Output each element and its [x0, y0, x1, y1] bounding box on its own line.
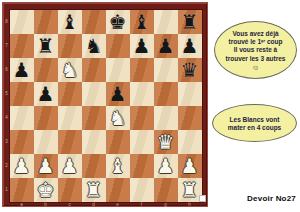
rank-labels: 87654321: [4, 10, 10, 202]
square-a7[interactable]: [10, 34, 34, 58]
square-f6[interactable]: [130, 58, 154, 82]
square-a3[interactable]: [10, 130, 34, 154]
hint-line-4: trouver les 3 autres: [215, 55, 296, 63]
piece-white-rook-d1: ♜: [85, 180, 103, 200]
task-bubble: Les Blancs vont mater en 4 coups: [212, 104, 297, 142]
piece-black-knight-d7: ♞: [85, 36, 103, 56]
square-h2[interactable]: ♟: [178, 154, 202, 178]
square-b8[interactable]: [34, 10, 58, 34]
smiley-icon: ☺: [215, 64, 296, 72]
square-c1[interactable]: [58, 178, 82, 202]
square-c8[interactable]: ♝: [58, 10, 82, 34]
square-c4[interactable]: [58, 106, 82, 130]
square-d4[interactable]: [82, 106, 106, 130]
rank-label-7: 7: [4, 34, 10, 58]
piece-black-pawn-f7: ♟: [133, 36, 151, 56]
rank-label-4: 4: [4, 106, 10, 130]
square-d7[interactable]: ♞: [82, 34, 106, 58]
piece-black-bishop-c8: ♝: [61, 12, 79, 32]
square-b5[interactable]: ♟: [34, 82, 58, 106]
square-g2[interactable]: ♟: [154, 154, 178, 178]
file-labels: abcdefgh: [10, 202, 202, 207]
piece-black-pawn-g7: ♟: [157, 36, 175, 56]
square-f2[interactable]: [130, 154, 154, 178]
rank-label-3: 3: [4, 130, 10, 154]
file-label-g: g: [154, 202, 178, 207]
square-g8[interactable]: [154, 10, 178, 34]
piece-black-pawn-a6: ♟: [13, 60, 31, 80]
piece-black-bishop-f8: ♝: [133, 12, 151, 32]
assignment-caption: Devoir No27: [247, 194, 296, 203]
piece-black-pawn-e5: ♟: [109, 84, 127, 104]
task-line-1: Les Blancs vont: [213, 116, 296, 124]
square-h5[interactable]: [178, 82, 202, 106]
square-g5[interactable]: [154, 82, 178, 106]
square-h7[interactable]: ♟: [178, 34, 202, 58]
file-label-a: a: [10, 202, 34, 207]
square-b4[interactable]: [34, 106, 58, 130]
square-a1[interactable]: [10, 178, 34, 202]
square-h8[interactable]: ♜: [178, 10, 202, 34]
square-b2[interactable]: ♟: [34, 154, 58, 178]
square-c5[interactable]: [58, 82, 82, 106]
file-label-e: e: [106, 202, 130, 207]
square-h3[interactable]: [178, 130, 202, 154]
square-c2[interactable]: ♟: [58, 154, 82, 178]
task-line-2: mater en 4 coups: [213, 124, 296, 132]
square-d5[interactable]: [82, 82, 106, 106]
piece-white-pawn-c2: ♟: [61, 156, 79, 176]
piece-white-pawn-h2: ♟: [181, 156, 199, 176]
square-e3[interactable]: [106, 130, 130, 154]
piece-white-knight-c6: ♞: [61, 60, 79, 80]
piece-white-rook-h1: ♜: [181, 180, 199, 200]
square-d2[interactable]: [82, 154, 106, 178]
square-g7[interactable]: ♟: [154, 34, 178, 58]
piece-white-pawn-g2: ♟: [157, 156, 175, 176]
square-a8[interactable]: [10, 10, 34, 34]
chess-board: ♝♚♝♜♜♞♟♟♟♟♞♛♟♟♞♛♟♟♟♝♟♟♚♜♜ 87654321 abcde…: [2, 2, 208, 207]
file-label-d: d: [82, 202, 106, 207]
piece-white-bishop-e2: ♝: [109, 156, 127, 176]
square-c6[interactable]: ♞: [58, 58, 82, 82]
square-a4[interactable]: [10, 106, 34, 130]
square-e5[interactable]: ♟: [106, 82, 130, 106]
piece-white-pawn-a2: ♟: [13, 156, 31, 176]
square-e6[interactable]: [106, 58, 130, 82]
hint-bubble: Vous avez déjà trouvé le 1ᵉʳ coup Il vou…: [214, 21, 297, 79]
square-f8[interactable]: ♝: [130, 10, 154, 34]
square-f4[interactable]: [130, 106, 154, 130]
piece-white-knight-e4: ♞: [109, 108, 127, 128]
square-h4[interactable]: [178, 106, 202, 130]
piece-black-queen-h6: ♛: [181, 60, 199, 80]
piece-black-pawn-b5: ♟: [37, 84, 55, 104]
square-b6[interactable]: [34, 58, 58, 82]
board-grid: ♝♚♝♜♜♞♟♟♟♟♞♛♟♟♞♛♟♟♟♝♟♟♚♜♜: [10, 10, 202, 202]
square-d8[interactable]: [82, 10, 106, 34]
square-f5[interactable]: [130, 82, 154, 106]
square-c3[interactable]: [58, 130, 82, 154]
hint-line-3: Il vous reste à: [215, 46, 296, 54]
square-b1[interactable]: ♚: [34, 178, 58, 202]
square-e2[interactable]: ♝: [106, 154, 130, 178]
square-a6[interactable]: ♟: [10, 58, 34, 82]
file-label-b: b: [34, 202, 58, 207]
square-e8[interactable]: ♚: [106, 10, 130, 34]
rank-label-2: 2: [4, 154, 10, 178]
square-f7[interactable]: ♟: [130, 34, 154, 58]
rank-label-5: 5: [4, 82, 10, 106]
square-h6[interactable]: ♛: [178, 58, 202, 82]
square-f1[interactable]: [130, 178, 154, 202]
square-e1[interactable]: [106, 178, 130, 202]
square-b3[interactable]: [34, 130, 58, 154]
piece-black-king-e8: ♚: [109, 12, 127, 32]
piece-black-rook-b7: ♜: [37, 36, 55, 56]
square-g6[interactable]: [154, 58, 178, 82]
piece-white-queen-g3: ♛: [157, 132, 175, 152]
rank-label-1: 1: [4, 178, 10, 202]
piece-white-king-b1: ♚: [37, 180, 55, 200]
square-f3[interactable]: [130, 130, 154, 154]
piece-black-pawn-h7: ♟: [181, 36, 199, 56]
square-b7[interactable]: ♜: [34, 34, 58, 58]
file-label-f: f: [130, 202, 154, 207]
square-g4[interactable]: [154, 106, 178, 130]
square-a2[interactable]: ♟: [10, 154, 34, 178]
hint-line-2: trouvé le 1ᵉʳ coup: [215, 38, 296, 46]
file-label-c: c: [58, 202, 82, 207]
rank-label-8: 8: [4, 10, 10, 34]
square-d1[interactable]: ♜: [82, 178, 106, 202]
white-to-move-indicator: [199, 195, 206, 202]
square-e4[interactable]: ♞: [106, 106, 130, 130]
square-d6[interactable]: [82, 58, 106, 82]
square-d3[interactable]: [82, 130, 106, 154]
hint-line-1: Vous avez déjà: [215, 30, 296, 38]
rank-label-6: 6: [4, 58, 10, 82]
square-g1[interactable]: [154, 178, 178, 202]
piece-white-pawn-b2: ♟: [37, 156, 55, 176]
square-g3[interactable]: ♛: [154, 130, 178, 154]
square-c7[interactable]: [58, 34, 82, 58]
square-a5[interactable]: [10, 82, 34, 106]
square-e7[interactable]: [106, 34, 130, 58]
file-label-h: h: [178, 202, 202, 207]
piece-black-rook-h8: ♜: [181, 12, 199, 32]
